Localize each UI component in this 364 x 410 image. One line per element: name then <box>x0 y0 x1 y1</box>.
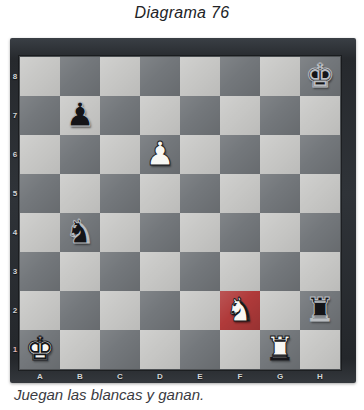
square-f4 <box>220 213 260 252</box>
square-a4 <box>20 213 60 252</box>
square-c8 <box>100 57 140 96</box>
square-f5 <box>220 174 260 213</box>
square-d8 <box>140 57 180 96</box>
square-e6 <box>180 135 220 174</box>
board-frame: 8♚7♟6♟54♞32♞♜1♚♜ABCDEFGH <box>10 38 356 383</box>
square-c4 <box>100 213 140 252</box>
square-b8 <box>60 57 100 96</box>
square-b5 <box>60 174 100 213</box>
square-f2: ♞ <box>220 291 260 330</box>
white-king-a1: ♚ <box>25 332 55 365</box>
file-label-e: E <box>180 369 220 383</box>
square-h6 <box>300 135 340 174</box>
square-d1 <box>140 330 180 369</box>
square-a8 <box>20 57 60 96</box>
rank-label-5: 5 <box>10 174 20 213</box>
square-b4: ♞ <box>60 213 100 252</box>
square-f7 <box>220 96 260 135</box>
rank-label-1: 1 <box>10 330 20 369</box>
square-g7 <box>260 96 300 135</box>
square-c5 <box>100 174 140 213</box>
square-g3 <box>260 252 300 291</box>
file-label-f: F <box>220 369 260 383</box>
square-e1 <box>180 330 220 369</box>
white-knight-f2: ♞ <box>225 293 255 326</box>
square-d6: ♟ <box>140 135 180 174</box>
rank-label-4: 4 <box>10 213 20 252</box>
file-label-a: A <box>20 369 60 383</box>
square-g5 <box>260 174 300 213</box>
white-pawn-d6: ♟ <box>145 137 175 170</box>
square-a1: ♚ <box>20 330 60 369</box>
square-g4 <box>260 213 300 252</box>
square-e5 <box>180 174 220 213</box>
square-h7 <box>300 96 340 135</box>
rank-label-3: 3 <box>10 252 20 291</box>
square-e8 <box>180 57 220 96</box>
square-h1 <box>300 330 340 369</box>
black-king-h8: ♚ <box>305 59 335 92</box>
square-f1 <box>220 330 260 369</box>
black-knight-b4: ♞ <box>65 215 95 248</box>
square-b6 <box>60 135 100 174</box>
square-f3 <box>220 252 260 291</box>
rank-label-8: 8 <box>10 57 20 96</box>
square-a2 <box>20 291 60 330</box>
file-label-h: H <box>300 369 340 383</box>
rank-label-7: 7 <box>10 96 20 135</box>
file-label-d: D <box>140 369 180 383</box>
page-title: Diagrama 76 <box>0 4 364 22</box>
square-a6 <box>20 135 60 174</box>
square-a5 <box>20 174 60 213</box>
square-a7 <box>20 96 60 135</box>
square-b1 <box>60 330 100 369</box>
square-c1 <box>100 330 140 369</box>
file-label-c: C <box>100 369 140 383</box>
square-e3 <box>180 252 220 291</box>
square-g6 <box>260 135 300 174</box>
square-d3 <box>140 252 180 291</box>
square-e7 <box>180 96 220 135</box>
square-b2 <box>60 291 100 330</box>
file-label-b: B <box>60 369 100 383</box>
square-f6 <box>220 135 260 174</box>
square-c2 <box>100 291 140 330</box>
rank-label-2: 2 <box>10 291 20 330</box>
square-h5 <box>300 174 340 213</box>
square-c3 <box>100 252 140 291</box>
black-pawn-b7: ♟ <box>65 98 95 131</box>
square-h4 <box>300 213 340 252</box>
square-e4 <box>180 213 220 252</box>
square-h2: ♜ <box>300 291 340 330</box>
square-d4 <box>140 213 180 252</box>
square-c6 <box>100 135 140 174</box>
square-f8 <box>220 57 260 96</box>
square-g1: ♜ <box>260 330 300 369</box>
square-c7 <box>100 96 140 135</box>
rank-label-6: 6 <box>10 135 20 174</box>
square-h8: ♚ <box>300 57 340 96</box>
file-label-g: G <box>260 369 300 383</box>
square-b3 <box>60 252 100 291</box>
white-rook-g1: ♜ <box>265 332 295 365</box>
square-d2 <box>140 291 180 330</box>
square-d7 <box>140 96 180 135</box>
square-e2 <box>180 291 220 330</box>
square-a3 <box>20 252 60 291</box>
square-g8 <box>260 57 300 96</box>
square-b7: ♟ <box>60 96 100 135</box>
caption-text: Juegan las blancas y ganan. <box>14 386 204 403</box>
square-g2 <box>260 291 300 330</box>
square-h3 <box>300 252 340 291</box>
black-rook-h2: ♜ <box>305 293 335 326</box>
square-d5 <box>140 174 180 213</box>
